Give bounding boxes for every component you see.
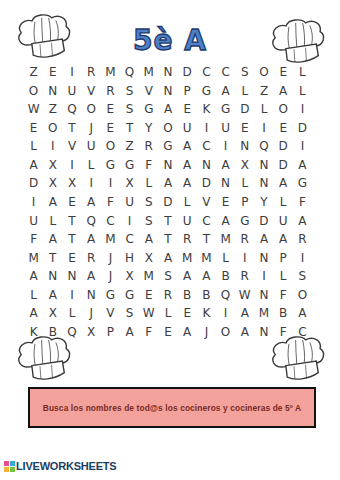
grid-cell[interactable]: G [235,211,254,230]
grid-cell[interactable]: Q [82,211,101,230]
grid-cell[interactable]: O [216,322,235,341]
grid-cell[interactable]: R [82,63,101,82]
grid-cell[interactable]: E [62,248,81,267]
grid-cell[interactable]: C [197,137,216,156]
grid-cell[interactable]: A [139,230,158,249]
grid-cell[interactable]: X [82,322,101,341]
grid-cell[interactable]: P [235,193,254,212]
grid-cell[interactable]: X [120,267,139,286]
grid-cell[interactable]: I [62,63,81,82]
grid-cell[interactable]: O [254,63,273,82]
grid-cell[interactable]: G [293,174,312,193]
grid-cell[interactable]: Z [43,100,62,119]
grid-cell[interactable]: I [62,285,81,304]
grid-cell[interactable]: A [197,267,216,286]
grid-cell[interactable]: L [82,156,101,175]
grid-cell[interactable]: M [197,248,216,267]
grid-cell[interactable]: U [178,119,197,138]
grid-cell[interactable]: D [24,174,43,193]
grid-cell[interactable]: A [158,248,177,267]
grid-cell[interactable]: N [235,137,254,156]
grid-cell[interactable]: M [139,267,158,286]
grid-cell[interactable]: A [120,322,139,341]
grid-cell[interactable]: A [274,174,293,193]
grid-cell[interactable]: X [139,248,158,267]
grid-cell[interactable]: U [62,82,81,101]
grid-cell[interactable]: Z [254,82,273,101]
grid-cell[interactable]: L [216,248,235,267]
grid-cell[interactable]: N [43,82,62,101]
grid-cell[interactable]: A [82,193,101,212]
grid-cell[interactable]: J [101,267,120,286]
grid-cell[interactable]: A [43,193,62,212]
grid-cell[interactable]: A [24,156,43,175]
grid-cell[interactable]: T [62,211,81,230]
grid-cell[interactable]: S [139,211,158,230]
grid-cell[interactable]: J [82,119,101,138]
grid-cell[interactable]: E [274,63,293,82]
chef-hat-icon [266,332,327,386]
grid-cell[interactable]: B [178,285,197,304]
grid-cell[interactable]: E [139,285,158,304]
grid-cell[interactable]: N [254,248,273,267]
grid-cell[interactable]: J [197,322,216,341]
grid-cell[interactable]: H [120,248,139,267]
grid-cell[interactable]: U [178,211,197,230]
grid-cell[interactable]: U [120,193,139,212]
grid-cell[interactable]: R [235,267,254,286]
grid-cell[interactable]: M [101,230,120,249]
grid-cell[interactable]: G [158,137,177,156]
grid-cell[interactable]: Q [120,63,139,82]
grid-cell[interactable]: D [197,174,216,193]
grid-cell[interactable]: M [139,63,158,82]
grid-cell[interactable]: R [178,230,197,249]
grid-cell[interactable]: J [82,304,101,323]
grid-cell[interactable]: L [24,137,43,156]
grid-cell[interactable]: N [158,63,177,82]
liveworksheets-logo[interactable]: LIVEWORKSHEETS [4,458,117,474]
grid-cell[interactable]: K [197,304,216,323]
grid-cell[interactable]: A [24,304,43,323]
grid-cell[interactable]: L [293,82,312,101]
grid-cell[interactable]: P [101,322,120,341]
grid-cell[interactable]: G [139,100,158,119]
grid-cell[interactable]: L [235,174,254,193]
grid-cell[interactable]: A [235,322,254,341]
grid-cell[interactable]: D [293,119,312,138]
page-title: 5è A [0,24,340,57]
grid-cell[interactable]: T [158,211,177,230]
grid-cell[interactable]: W [235,285,254,304]
grid-cell[interactable]: C [197,211,216,230]
grid-cell[interactable]: Q [62,100,81,119]
grid-cell[interactable]: S [158,267,177,286]
grid-cell[interactable]: T [158,230,177,249]
grid-cell[interactable]: K [197,100,216,119]
grid-cell[interactable]: A [178,137,197,156]
grid-cell[interactable]: A [293,156,312,175]
grid-cell[interactable]: U [274,211,293,230]
grid-cell[interactable]: C [216,63,235,82]
grid-cell[interactable]: I [101,174,120,193]
grid-cell[interactable]: N [254,285,273,304]
grid-cell[interactable]: A [82,267,101,286]
grid-cell[interactable]: N [254,156,273,175]
grid-cell[interactable]: S [120,304,139,323]
grid-cell[interactable]: W [139,304,158,323]
grid-cell[interactable]: G [101,285,120,304]
grid-cell[interactable]: O [101,137,120,156]
grid-cell[interactable]: T [120,119,139,138]
grid-cell[interactable]: W [24,100,43,119]
grid-cell[interactable]: A [274,82,293,101]
grid-cell[interactable]: I [254,267,273,286]
grid-cell[interactable]: B [216,267,235,286]
grid-cell[interactable]: S [235,63,254,82]
grid-cell[interactable]: A [82,230,101,249]
grid-cell[interactable]: I [120,211,139,230]
grid-cell[interactable]: N [158,82,177,101]
grid-cell[interactable]: L [293,63,312,82]
grid-cell[interactable]: E [24,119,43,138]
grid-cell[interactable]: A [216,156,235,175]
grid-cell[interactable]: L [139,174,158,193]
grid-cell[interactable]: I [293,137,312,156]
instruction-box: Busca los nombres de tod@s los cocineros… [28,387,316,428]
grid-cell[interactable]: I [197,119,216,138]
grid-cell[interactable]: Y [254,193,273,212]
grid-cell[interactable]: Z [120,137,139,156]
grid-cell[interactable]: A [178,267,197,286]
grid-cell[interactable]: N [216,174,235,193]
grid-cell[interactable]: N [43,267,62,286]
grid-cell[interactable]: L [24,285,43,304]
grid-cell[interactable]: E [158,322,177,341]
grid-cell[interactable]: F [274,285,293,304]
grid-cell[interactable]: V [101,304,120,323]
grid-cell[interactable]: F [139,322,158,341]
grid-cell[interactable]: E [101,119,120,138]
grid-cell[interactable]: F [24,230,43,249]
grid-cell[interactable]: I [293,248,312,267]
grid-cell[interactable]: G [120,156,139,175]
grid-cell[interactable]: U [24,211,43,230]
grid-cell[interactable]: J [101,248,120,267]
grid-cell[interactable]: R [101,82,120,101]
grid-cell[interactable]: E [216,193,235,212]
grid-cell[interactable]: E [101,100,120,119]
grid-cell[interactable]: A [158,174,177,193]
grid-cell[interactable]: A [178,174,197,193]
grid-cell[interactable]: L [274,267,293,286]
grid-cell[interactable]: D [274,137,293,156]
grid-cell[interactable]: X [43,156,62,175]
grid-cell[interactable]: A [178,156,197,175]
grid-cell[interactable]: A [43,230,62,249]
grid-cell[interactable]: Q [216,285,235,304]
grid-cell[interactable]: P [274,248,293,267]
grid-cell[interactable]: E [178,304,197,323]
grid-cell[interactable]: L [43,211,62,230]
grid-cell[interactable]: V [139,82,158,101]
grid-cell[interactable]: X [43,304,62,323]
grid-cell[interactable]: D [158,193,177,212]
grid-cell[interactable]: E [274,119,293,138]
grid-cell[interactable]: I [82,174,101,193]
grid-cell[interactable]: M [101,63,120,82]
grid-cell[interactable]: T [197,230,216,249]
chef-hat-icon [12,332,73,386]
grid-cell[interactable]: A [216,82,235,101]
grid-cell[interactable]: V [62,137,81,156]
grid-cell[interactable]: A [216,211,235,230]
grid-cell[interactable]: A [158,100,177,119]
grid-cell[interactable]: F [139,156,158,175]
grid-cell[interactable]: U [82,137,101,156]
grid-cell[interactable]: O [158,119,177,138]
grid-cell[interactable]: S [120,82,139,101]
grid-cell[interactable]: E [178,100,197,119]
grid-cell[interactable]: M [178,248,197,267]
grid-cell[interactable]: G [120,285,139,304]
grid-cell[interactable]: P [178,82,197,101]
grid-cell[interactable]: L [254,100,273,119]
grid-cell[interactable]: R [235,230,254,249]
grid-cell[interactable]: I [235,248,254,267]
worksheet-page: 5è A ZEIRMQMNDCCSOELONUVRSVNPGALZALWZQOE… [0,0,340,480]
grid-cell[interactable]: R [293,230,312,249]
grid-cell[interactable]: S [139,193,158,212]
grid-cell[interactable]: X [62,174,81,193]
grid-cell[interactable]: D [235,100,254,119]
grid-cell[interactable]: B [274,304,293,323]
grid-cell[interactable]: T [62,230,81,249]
grid-cell[interactable]: O [24,82,43,101]
word-search-grid: ZEIRMQMNDCCSOELONUVRSVNPGALZALWZQOESGAEK… [24,63,312,341]
grid-cell[interactable]: I [24,193,43,212]
grid-cell[interactable]: Z [24,63,43,82]
grid-cell[interactable]: L [178,193,197,212]
grid-cell[interactable]: N [158,156,177,175]
grid-cell[interactable]: I [43,137,62,156]
grid-cell[interactable]: A [178,322,197,341]
grid-cell[interactable]: O [43,119,62,138]
grid-cell[interactable]: E [235,119,254,138]
grid-cell[interactable]: O [274,100,293,119]
grid-cell[interactable]: G [101,156,120,175]
grid-cell[interactable]: S [120,100,139,119]
grid-cell[interactable]: S [293,267,312,286]
grid-cell[interactable]: M [24,248,43,267]
grid-cell[interactable]: C [101,211,120,230]
grid-cell[interactable]: I [62,156,81,175]
grid-cell[interactable]: C [197,63,216,82]
grid-cell[interactable]: B [197,285,216,304]
grid-cell[interactable]: A [235,304,254,323]
grid-cell[interactable]: A [293,304,312,323]
grid-cell[interactable]: L [62,304,81,323]
grid-cell[interactable]: I [254,119,273,138]
grid-cell[interactable]: R [158,285,177,304]
grid-cell[interactable]: F [293,193,312,212]
grid-cell[interactable]: V [197,193,216,212]
grid-cell[interactable]: N [254,174,273,193]
grid-cell[interactable]: E [43,63,62,82]
grid-cell[interactable]: X [120,174,139,193]
grid-cell[interactable]: I [216,137,235,156]
grid-cell[interactable]: I [216,304,235,323]
grid-cell[interactable]: A [24,267,43,286]
grid-cell[interactable]: L [158,304,177,323]
grid-cell[interactable]: R [82,248,101,267]
instruction-text: Busca los nombres de tod@s los cocineros… [43,403,301,413]
grid-cell[interactable]: M [216,230,235,249]
grid-cell[interactable]: D [274,156,293,175]
grid-cell[interactable]: Q [254,137,273,156]
grid-cell[interactable]: M [254,304,273,323]
grid-cell[interactable]: G [197,82,216,101]
grid-cell[interactable]: A [274,230,293,249]
grid-cell[interactable]: C [120,230,139,249]
grid-cell[interactable]: A [43,285,62,304]
grid-cell[interactable]: N [197,156,216,175]
grid-cell[interactable]: D [254,211,273,230]
grid-cell[interactable]: Y [139,119,158,138]
grid-cell[interactable]: I [293,100,312,119]
grid-cell[interactable]: F [101,193,120,212]
grid-cell[interactable]: O [293,285,312,304]
grid-cell[interactable]: N [82,285,101,304]
grid-cell[interactable]: L [235,82,254,101]
grid-cell[interactable]: A [293,211,312,230]
grid-cell[interactable]: L [274,193,293,212]
liveworksheets-icon [4,461,15,472]
grid-cell[interactable]: G [216,100,235,119]
grid-cell[interactable]: A [254,230,273,249]
grid-cell[interactable]: X [235,156,254,175]
grid-cell[interactable]: T [43,248,62,267]
grid-cell[interactable]: D [178,63,197,82]
grid-cell[interactable]: N [62,267,81,286]
grid-cell[interactable]: T [62,119,81,138]
grid-cell[interactable]: R [139,137,158,156]
grid-cell[interactable]: V [82,82,101,101]
grid-cell[interactable]: X [43,174,62,193]
brand-text: LIVEWORKSHEETS [16,460,117,472]
grid-cell[interactable]: E [62,193,81,212]
grid-cell[interactable]: U [216,119,235,138]
grid-cell[interactable]: O [82,100,101,119]
